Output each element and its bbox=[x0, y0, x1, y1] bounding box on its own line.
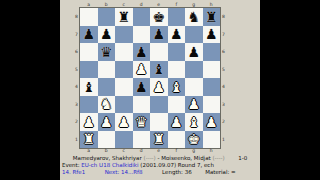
piece-white-queen-d2[interactable]: ♛ bbox=[135, 115, 148, 129]
chess-viewer-panel: abcdefgh 87654321 ♜♚♞♜♟♟♟♟♟♛♟♟♟♝♝♟♟♝♞♟♟♟… bbox=[60, 0, 260, 180]
piece-white-pawn-d5[interactable]: ♟ bbox=[135, 62, 148, 76]
piece-black-pawn-d6[interactable]: ♟ bbox=[135, 45, 148, 59]
piece-black-knight-g8[interactable]: ♞ bbox=[187, 10, 200, 24]
square-g1[interactable]: ♚ bbox=[185, 131, 203, 149]
square-e6[interactable] bbox=[150, 43, 168, 61]
square-h2[interactable]: ♟ bbox=[203, 113, 221, 131]
square-b1[interactable] bbox=[98, 131, 116, 149]
square-c1[interactable] bbox=[115, 131, 133, 149]
square-b2[interactable]: ♟ bbox=[98, 113, 116, 131]
game-result: 1-0 bbox=[238, 155, 247, 161]
rank-labels-right: 87654321 bbox=[220, 8, 227, 148]
rank-label-2: 2 bbox=[73, 113, 80, 131]
rank-label-1: 1 bbox=[220, 131, 227, 149]
move-played[interactable]: 14. Rfe1 bbox=[62, 169, 85, 175]
piece-white-bishop-g2[interactable]: ♝ bbox=[187, 115, 200, 129]
square-c8[interactable]: ♜ bbox=[115, 8, 133, 26]
piece-black-pawn-a7[interactable]: ♟ bbox=[82, 27, 95, 41]
square-d5[interactable]: ♟ bbox=[133, 61, 151, 79]
black-player-elo: (----) bbox=[212, 155, 224, 161]
piece-black-pawn-h7[interactable]: ♟ bbox=[205, 27, 218, 41]
rank-label-6: 6 bbox=[73, 43, 80, 61]
square-e5[interactable]: ♝ bbox=[150, 61, 168, 79]
square-f4[interactable]: ♝ bbox=[168, 78, 186, 96]
piece-white-bishop-f4[interactable]: ♝ bbox=[170, 80, 183, 94]
chess-board-area: abcdefgh 87654321 ♜♚♞♜♟♟♟♟♟♛♟♟♟♝♝♟♟♝♞♟♟♟… bbox=[73, 2, 227, 154]
rank-label-7: 7 bbox=[73, 26, 80, 44]
square-h7[interactable]: ♟ bbox=[203, 26, 221, 44]
event-date: (2001.09.07) bbox=[140, 162, 176, 168]
square-a1[interactable]: ♜ bbox=[80, 131, 98, 149]
square-b4[interactable] bbox=[98, 78, 116, 96]
event-label: Event: bbox=[62, 162, 80, 168]
square-h1[interactable] bbox=[203, 131, 221, 149]
file-label-h: h bbox=[203, 148, 221, 154]
rank-label-3: 3 bbox=[220, 96, 227, 114]
rank-label-6: 6 bbox=[220, 43, 227, 61]
square-d7[interactable] bbox=[133, 26, 151, 44]
rank-label-8: 8 bbox=[73, 8, 80, 26]
square-g2[interactable]: ♝ bbox=[185, 113, 203, 131]
square-d3[interactable] bbox=[133, 96, 151, 114]
square-f7[interactable]: ♟ bbox=[168, 26, 186, 44]
piece-black-rook-c8[interactable]: ♜ bbox=[117, 10, 130, 24]
file-label-c: c bbox=[115, 148, 133, 154]
rank-label-2: 2 bbox=[220, 113, 227, 131]
black-player-name: Moiseenko, Midjat bbox=[161, 155, 210, 161]
piece-white-pawn-c2[interactable]: ♟ bbox=[117, 115, 130, 129]
square-d2[interactable]: ♛ bbox=[133, 113, 151, 131]
piece-black-king-e8[interactable]: ♚ bbox=[152, 10, 165, 24]
square-b7[interactable]: ♟ bbox=[98, 26, 116, 44]
square-e2[interactable] bbox=[150, 113, 168, 131]
piece-black-queen-b6[interactable]: ♛ bbox=[100, 45, 113, 59]
piece-black-pawn-e7[interactable]: ♟ bbox=[152, 27, 165, 41]
piece-black-pawn-b7[interactable]: ♟ bbox=[100, 27, 113, 41]
square-h5[interactable] bbox=[203, 61, 221, 79]
square-g3[interactable]: ♟ bbox=[185, 96, 203, 114]
file-labels-bottom: abcdefgh bbox=[80, 148, 227, 154]
move-info-line: 14. Rfe1 Next: 14...Rf8 Length: 36 Mater… bbox=[62, 169, 258, 176]
square-a8[interactable] bbox=[80, 8, 98, 26]
square-g8[interactable]: ♞ bbox=[185, 8, 203, 26]
piece-black-bishop-a4[interactable]: ♝ bbox=[82, 80, 95, 94]
square-c6[interactable] bbox=[115, 43, 133, 61]
rank-label-1: 1 bbox=[73, 131, 80, 149]
square-a6[interactable] bbox=[80, 43, 98, 61]
square-f6[interactable] bbox=[168, 43, 186, 61]
square-a7[interactable]: ♟ bbox=[80, 26, 98, 44]
piece-white-knight-b3[interactable]: ♞ bbox=[100, 97, 113, 111]
square-g6[interactable]: ♟ bbox=[185, 43, 203, 61]
square-a3[interactable] bbox=[80, 96, 98, 114]
square-c3[interactable] bbox=[115, 96, 133, 114]
square-e1[interactable]: ♜ bbox=[150, 131, 168, 149]
material-balance: Material: = bbox=[205, 169, 236, 175]
square-a5[interactable] bbox=[80, 61, 98, 79]
rank-label-5: 5 bbox=[220, 61, 227, 79]
event-link[interactable]: EU-ch U18 Chalkidiki bbox=[81, 162, 138, 168]
square-g4[interactable] bbox=[185, 78, 203, 96]
square-g5[interactable] bbox=[185, 61, 203, 79]
white-player-elo: (----) bbox=[144, 155, 156, 161]
square-d4[interactable]: ♟ bbox=[133, 78, 151, 96]
piece-white-king-g1[interactable]: ♚ bbox=[187, 132, 200, 146]
square-f8[interactable] bbox=[168, 8, 186, 26]
square-e4[interactable]: ♟ bbox=[150, 78, 168, 96]
rank-label-4: 4 bbox=[220, 78, 227, 96]
square-e3[interactable] bbox=[150, 96, 168, 114]
rank-label-8: 8 bbox=[220, 8, 227, 26]
piece-black-rook-h8[interactable]: ♜ bbox=[205, 10, 218, 24]
square-f1[interactable] bbox=[168, 131, 186, 149]
square-a4[interactable]: ♝ bbox=[80, 78, 98, 96]
piece-white-pawn-h2[interactable]: ♟ bbox=[205, 115, 218, 129]
square-d1[interactable] bbox=[133, 131, 151, 149]
square-c4[interactable] bbox=[115, 78, 133, 96]
square-b6[interactable]: ♛ bbox=[98, 43, 116, 61]
event-line: Event: EU-ch U18 Chalkidiki (2001.09.07)… bbox=[62, 162, 258, 169]
square-b3[interactable]: ♞ bbox=[98, 96, 116, 114]
white-player-name: Mamedyarov, Shakhriyar bbox=[73, 155, 142, 161]
square-h6[interactable] bbox=[203, 43, 221, 61]
square-d8[interactable] bbox=[133, 8, 151, 26]
piece-white-rook-a1[interactable]: ♜ bbox=[82, 132, 95, 146]
square-d6[interactable]: ♟ bbox=[133, 43, 151, 61]
square-f2[interactable]: ♟ bbox=[168, 113, 186, 131]
piece-black-pawn-f7[interactable]: ♟ bbox=[170, 27, 183, 41]
file-label-b: b bbox=[98, 148, 116, 154]
square-f3[interactable] bbox=[168, 96, 186, 114]
file-label-d: d bbox=[133, 148, 151, 154]
piece-white-pawn-g3[interactable]: ♟ bbox=[187, 97, 200, 111]
rank-labels-left: 87654321 bbox=[73, 8, 80, 148]
file-label-f: f bbox=[168, 148, 186, 154]
game-length: Length: 36 bbox=[162, 169, 192, 175]
piece-white-pawn-f2[interactable]: ♟ bbox=[170, 115, 183, 129]
players-separator: - bbox=[158, 155, 160, 161]
piece-black-pawn-d4[interactable]: ♟ bbox=[135, 80, 148, 94]
file-label-g: g bbox=[185, 148, 203, 154]
square-h4[interactable] bbox=[203, 78, 221, 96]
square-e8[interactable]: ♚ bbox=[150, 8, 168, 26]
piece-black-pawn-g6[interactable]: ♟ bbox=[187, 45, 200, 59]
piece-black-bishop-e5[interactable]: ♝ bbox=[152, 62, 165, 76]
square-a2[interactable]: ♟ bbox=[80, 113, 98, 131]
players-line: Mamedyarov, Shakhriyar (----) - Moiseenk… bbox=[62, 155, 258, 162]
square-h8[interactable]: ♜ bbox=[203, 8, 221, 26]
file-label-e: e bbox=[150, 148, 168, 154]
piece-white-pawn-e4[interactable]: ♟ bbox=[152, 80, 165, 94]
piece-white-pawn-b2[interactable]: ♟ bbox=[100, 115, 113, 129]
square-b5[interactable] bbox=[98, 61, 116, 79]
square-f5[interactable] bbox=[168, 61, 186, 79]
square-b8[interactable] bbox=[98, 8, 116, 26]
square-h3[interactable] bbox=[203, 96, 221, 114]
rank-label-3: 3 bbox=[73, 96, 80, 114]
event-round: Round 7, ech bbox=[178, 162, 214, 168]
file-label-a: a bbox=[80, 148, 98, 154]
next-move[interactable]: Next: 14...Rf8 bbox=[105, 169, 143, 175]
square-c2[interactable]: ♟ bbox=[115, 113, 133, 131]
game-caption: Mamedyarov, Shakhriyar (----) - Moiseenk… bbox=[62, 155, 258, 176]
piece-white-pawn-a2[interactable]: ♟ bbox=[82, 115, 95, 129]
chess-board[interactable]: ♜♚♞♜♟♟♟♟♟♛♟♟♟♝♝♟♟♝♞♟♟♟♟♛♟♝♟♜♜♚ bbox=[80, 8, 220, 148]
rank-label-5: 5 bbox=[73, 61, 80, 79]
piece-white-rook-e1[interactable]: ♜ bbox=[152, 132, 165, 146]
rank-label-7: 7 bbox=[220, 26, 227, 44]
square-e7[interactable]: ♟ bbox=[150, 26, 168, 44]
rank-label-4: 4 bbox=[73, 78, 80, 96]
square-g7[interactable] bbox=[185, 26, 203, 44]
square-c7[interactable] bbox=[115, 26, 133, 44]
square-c5[interactable] bbox=[115, 61, 133, 79]
